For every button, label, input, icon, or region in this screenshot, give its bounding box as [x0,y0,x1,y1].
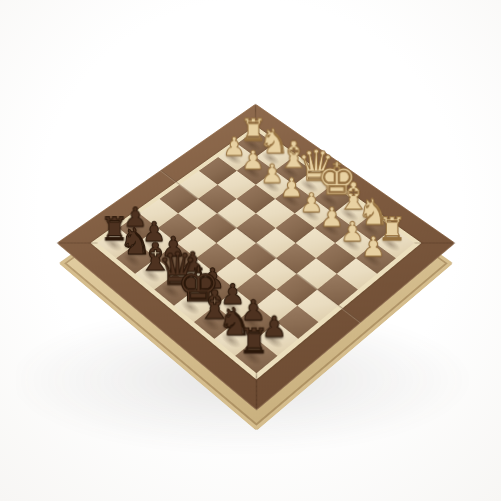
white-pawn: ♟ [359,233,387,260]
black-rook: ♜ [238,324,268,358]
frame-miter-joint [414,242,455,243]
frame-miter-joint [56,242,97,243]
frame-miter-joint [255,103,256,130]
product-photo-stage: ♜♞♝♛♚♝♞♜♟♟♟♟♟♟♟♟♟♟♟♟♟♟♟♟♜♞♝♛♚♝♞♜ [0,0,501,501]
